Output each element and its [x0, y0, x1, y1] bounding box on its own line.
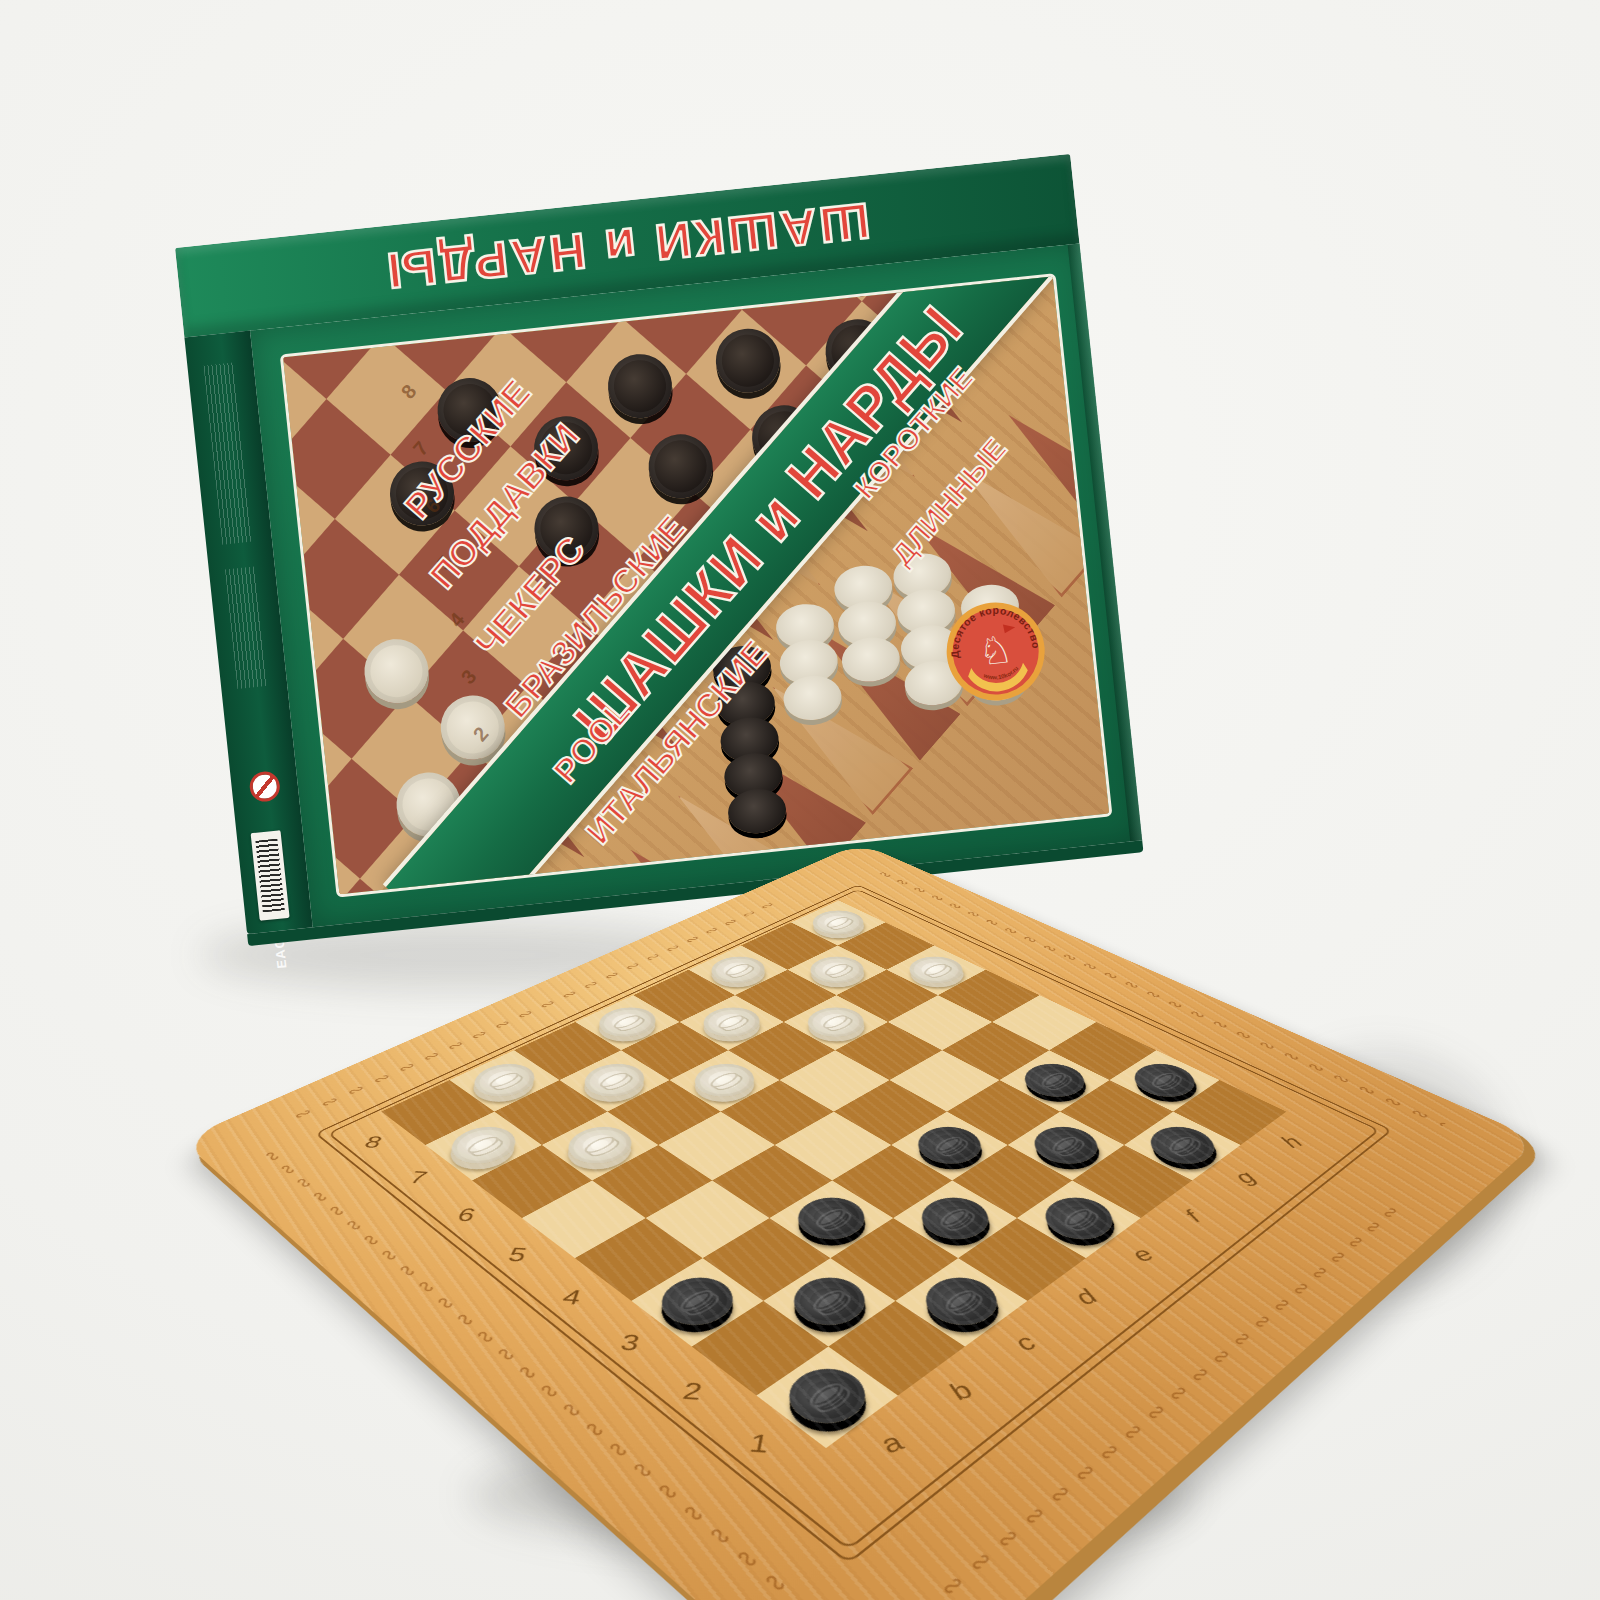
- white-man-glyph: ⛀: [910, 957, 961, 983]
- white-man-glyph: ⛀: [814, 911, 863, 934]
- black-man-glyph: ⛂: [1152, 1128, 1213, 1163]
- white-man-glyph: ⛀: [454, 1128, 513, 1163]
- white-man-glyph: ⛀: [713, 957, 764, 983]
- barcode-label: [251, 830, 290, 921]
- black-man-glyph: ⛂: [927, 1278, 995, 1324]
- white-man-glyph: ⛀: [696, 1065, 752, 1097]
- black-man-glyph: ⛂: [1026, 1065, 1083, 1097]
- brand-logo: Десятое королевство www.10kor.ru ♘: [941, 596, 1051, 706]
- white-man-glyph: ⛀: [587, 1065, 643, 1097]
- white-man-glyph: ⛀: [477, 1065, 533, 1097]
- black-man-glyph: ⛂: [923, 1198, 987, 1238]
- white-man-glyph: ⛀: [809, 1008, 863, 1036]
- knight-icon: ♘: [976, 627, 1014, 674]
- box-artwork: 8765432 ШАШКИ и НАРДЫ РУССКИЕПОДДАВКИЧЕК…: [283, 276, 1109, 894]
- black-man-glyph: ⛂: [800, 1198, 864, 1238]
- black-man-glyph: ⛂: [1136, 1065, 1193, 1097]
- black-man-glyph: ⛂: [1047, 1198, 1111, 1238]
- black-man-glyph: ⛂: [1036, 1128, 1097, 1163]
- box-front-face: 8765432 ШАШКИ и НАРДЫ РУССКИЕПОДДАВКИЧЕК…: [250, 243, 1142, 927]
- spine-fineprint-block: [225, 566, 267, 688]
- white-man-glyph: ⛀: [601, 1008, 654, 1036]
- black-man-glyph: ⛂: [919, 1128, 979, 1163]
- black-man-glyph: ⛂: [791, 1370, 864, 1422]
- black-man-glyph: ⛂: [664, 1278, 732, 1324]
- white-man-glyph: ⛀: [705, 1008, 758, 1036]
- game-box: ШАШКИ и НАРДЫ EAC 8765432 ШАШКИ и НАРДЫ …: [175, 154, 1143, 944]
- age-warning-icon: [248, 770, 281, 803]
- white-man-glyph: ⛀: [812, 957, 863, 983]
- white-man-glyph: ⛀: [570, 1128, 629, 1163]
- spine-fineprint-block: [203, 363, 252, 545]
- black-man-glyph: ⛂: [795, 1278, 863, 1324]
